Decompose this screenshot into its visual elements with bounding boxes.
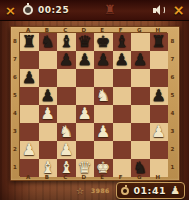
- speaker-wave: [161, 6, 165, 14]
- black-bishop[interactable]: ♝: [115, 33, 129, 51]
- black-pawn[interactable]: ♟: [41, 87, 55, 105]
- rank-label-7: 7: [166, 50, 179, 68]
- rank-label-5: 5: [166, 86, 179, 104]
- square-f2[interactable]: [113, 141, 132, 159]
- rank-label-3: 3: [11, 122, 19, 140]
- square-d6[interactable]: [76, 69, 95, 87]
- square-g5[interactable]: [131, 87, 150, 105]
- square-e6[interactable]: [94, 69, 113, 87]
- rank-label-4: 4: [166, 104, 179, 122]
- square-g2[interactable]: [131, 141, 150, 159]
- white-pawn[interactable]: ♟: [96, 123, 110, 141]
- square-a2[interactable]: ♟: [20, 141, 39, 159]
- square-e2[interactable]: [94, 141, 113, 159]
- square-g7[interactable]: ♟: [131, 51, 150, 69]
- white-timer-icon: [121, 187, 129, 195]
- rank-labels-left: 87654321: [11, 32, 19, 176]
- square-e8[interactable]: ♚: [94, 33, 113, 51]
- speaker-cone: [155, 5, 160, 15]
- file-label-e: E: [93, 174, 112, 180]
- file-labels-bottom: ABCDEFGH: [19, 174, 167, 180]
- square-b6[interactable]: [39, 69, 58, 87]
- square-f7[interactable]: ♟: [113, 51, 132, 69]
- file-label-b: B: [38, 174, 57, 180]
- black-rook[interactable]: ♜: [152, 33, 166, 51]
- rank-label-2: 2: [166, 140, 179, 158]
- white-knight[interactable]: ♞: [59, 123, 73, 141]
- rank-label-8: 8: [166, 32, 179, 50]
- board-grid: ♜♞♝♛♚♝♜♟♟♟♟♟♟♟♞♟♟♟♞♟♟♟♟♝♝♛♚♞: [19, 32, 167, 176]
- black-king[interactable]: ♚: [96, 33, 110, 51]
- square-c4[interactable]: [57, 105, 76, 123]
- black-pawn[interactable]: ♟: [59, 51, 73, 69]
- top-bar: × 00:25 ♜ ×: [0, 0, 189, 21]
- square-c7[interactable]: ♟: [57, 51, 76, 69]
- rank-label-5: 5: [11, 86, 19, 104]
- rank-label-1: 1: [166, 158, 179, 176]
- rank-label-4: 4: [11, 104, 19, 122]
- white-time: 01:41: [133, 185, 166, 196]
- square-f4[interactable]: [113, 105, 132, 123]
- black-knight[interactable]: ♞: [41, 33, 55, 51]
- square-a7[interactable]: [20, 51, 39, 69]
- square-g6[interactable]: [131, 69, 150, 87]
- bottom-bar: ☆ 3986 01:41 ♟: [0, 181, 189, 200]
- black-pawn[interactable]: ♟: [22, 69, 36, 87]
- star-icon: ☆: [76, 186, 84, 196]
- white-pawn-icon: ♟: [170, 185, 180, 196]
- white-pawn[interactable]: ♟: [22, 141, 36, 159]
- square-b8[interactable]: ♞: [39, 33, 58, 51]
- rank-label-6: 6: [11, 68, 19, 86]
- square-c2[interactable]: ♟: [57, 141, 76, 159]
- rank-labels-right: 87654321: [166, 32, 179, 176]
- square-d7[interactable]: ♟: [76, 51, 95, 69]
- black-pawn[interactable]: ♟: [96, 51, 110, 69]
- rank-label-6: 6: [166, 68, 179, 86]
- black-rook[interactable]: ♜: [22, 33, 36, 51]
- square-g3[interactable]: [131, 123, 150, 141]
- rank-label-1: 1: [11, 158, 19, 176]
- square-c6[interactable]: [57, 69, 76, 87]
- rank-label-3: 3: [166, 122, 179, 140]
- square-c3[interactable]: ♞: [57, 123, 76, 141]
- chess-app-window: × 00:25 ♜ × ABCDEFGH 87654321 ♜♞♝♛♚♝♜♟♟♟…: [0, 0, 189, 200]
- score-value: 3986: [91, 187, 110, 194]
- square-b4[interactable]: ♟: [39, 105, 58, 123]
- black-queen[interactable]: ♛: [78, 33, 92, 51]
- square-d3[interactable]: [76, 123, 95, 141]
- black-bishop[interactable]: ♝: [59, 33, 73, 51]
- black-pawn[interactable]: ♟: [133, 51, 147, 69]
- square-f3[interactable]: [113, 123, 132, 141]
- square-d4[interactable]: ♟: [76, 105, 95, 123]
- black-pawn[interactable]: ♟: [152, 87, 166, 105]
- square-b7[interactable]: [39, 51, 58, 69]
- black-timer-icon: [23, 5, 33, 15]
- white-pawn[interactable]: ♟: [41, 105, 55, 123]
- square-e5[interactable]: ♞: [94, 87, 113, 105]
- square-e7[interactable]: ♟: [94, 51, 113, 69]
- square-g4[interactable]: [131, 105, 150, 123]
- black-time: 00:25: [38, 5, 69, 15]
- file-label-c: C: [56, 174, 75, 180]
- square-a4[interactable]: [20, 105, 39, 123]
- square-b5[interactable]: ♟: [39, 87, 58, 105]
- white-timer-panel: 01:41 ♟: [116, 182, 185, 199]
- file-label-g: G: [130, 174, 149, 180]
- close-icon[interactable]: ×: [171, 3, 186, 18]
- black-pawn[interactable]: ♟: [115, 51, 129, 69]
- black-pawn[interactable]: ♟: [78, 51, 92, 69]
- square-g8[interactable]: [131, 33, 150, 51]
- rank-label-2: 2: [11, 140, 19, 158]
- white-pawn[interactable]: ♟: [152, 123, 166, 141]
- black-rook-icon: ♜: [104, 2, 116, 17]
- square-d8[interactable]: ♛: [76, 33, 95, 51]
- white-knight[interactable]: ♞: [96, 87, 110, 105]
- square-f5[interactable]: [113, 87, 132, 105]
- rank-label-7: 7: [11, 50, 19, 68]
- square-c5[interactable]: [57, 87, 76, 105]
- square-b3[interactable]: [39, 123, 58, 141]
- square-a8[interactable]: ♜: [20, 33, 39, 51]
- square-f8[interactable]: ♝: [113, 33, 132, 51]
- file-label-f: F: [112, 174, 131, 180]
- sound-icon[interactable]: [153, 5, 166, 16]
- square-a6[interactable]: ♟: [20, 69, 39, 87]
- fullscreen-icon[interactable]: ×: [3, 3, 18, 18]
- square-d5[interactable]: [76, 87, 95, 105]
- square-a3[interactable]: [20, 123, 39, 141]
- white-pawn[interactable]: ♟: [59, 141, 73, 159]
- square-c8[interactable]: ♝: [57, 33, 76, 51]
- board-frame: ABCDEFGH 87654321 ♜♞♝♛♚♝♜♟♟♟♟♟♟♟♞♟♟♟♞♟♟♟…: [10, 26, 180, 181]
- white-pawn[interactable]: ♟: [78, 105, 92, 123]
- square-d2[interactable]: [76, 141, 95, 159]
- file-label-a: A: [19, 174, 38, 180]
- square-e4[interactable]: [94, 105, 113, 123]
- file-label-d: D: [75, 174, 94, 180]
- rank-label-8: 8: [11, 32, 19, 50]
- square-e3[interactable]: ♟: [94, 123, 113, 141]
- square-a5[interactable]: [20, 87, 39, 105]
- file-label-h: H: [149, 174, 168, 180]
- square-f6[interactable]: [113, 69, 132, 87]
- square-b2[interactable]: [39, 141, 58, 159]
